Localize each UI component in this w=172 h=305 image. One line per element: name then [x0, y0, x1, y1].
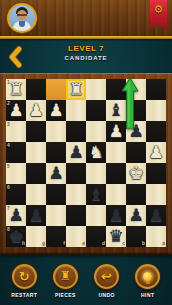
file-label: c — [122, 241, 125, 246]
square[interactable]: 1♜ — [6, 79, 26, 100]
square[interactable] — [146, 79, 166, 100]
piece-black-pawn[interactable]: ♟ — [128, 206, 143, 223]
file-label: h — [22, 241, 25, 246]
piece-white-pawn[interactable]: ♟ — [8, 101, 23, 118]
piece-black-pawn[interactable]: ♟ — [108, 206, 123, 223]
square[interactable]: ♟ — [46, 163, 66, 184]
square[interactable]: ♟ — [126, 205, 146, 226]
square[interactable] — [26, 79, 46, 100]
hint-button[interactable] — [135, 264, 160, 289]
file-label: d — [102, 241, 105, 246]
level-title: LEVEL 7 — [0, 44, 172, 53]
square[interactable] — [146, 100, 166, 121]
chess-board: 1♜♜2♟♟♟♝3♟♟4♟♞♟5♟♚6♝7♟♟♟♟♟8h♚gfedc♛ba — [6, 79, 166, 247]
restart-label: RESTART — [11, 292, 37, 298]
chess-rook-icon: ♜ — [60, 270, 71, 283]
square[interactable] — [106, 184, 126, 205]
square[interactable]: 7♟ — [6, 205, 26, 226]
piece-black-pawn[interactable]: ♟ — [68, 143, 83, 160]
piece-white-pawn[interactable]: ♟ — [148, 143, 163, 160]
square[interactable] — [126, 142, 146, 163]
square[interactable]: ♟ — [146, 205, 166, 226]
square[interactable] — [86, 121, 106, 142]
piece-white-knight[interactable]: ♞ — [88, 143, 103, 160]
piece-white-pawn[interactable]: ♟ — [48, 101, 63, 118]
square[interactable]: ♜ — [66, 79, 86, 100]
undo-button[interactable]: ↩ — [94, 264, 119, 289]
hint-label: HINT — [141, 292, 154, 298]
square[interactable]: a — [146, 226, 166, 247]
rank-label: 3 — [7, 122, 10, 127]
square[interactable]: ♟ — [106, 205, 126, 226]
square[interactable] — [66, 163, 86, 184]
square[interactable] — [126, 184, 146, 205]
square[interactable] — [106, 163, 126, 184]
square[interactable]: e — [66, 226, 86, 247]
square[interactable] — [46, 79, 66, 100]
square[interactable] — [46, 184, 66, 205]
square[interactable] — [46, 121, 66, 142]
square[interactable]: 8h♚ — [6, 226, 26, 247]
square[interactable] — [26, 163, 46, 184]
undo-arrow-icon: ↩ — [101, 270, 112, 283]
square[interactable] — [86, 163, 106, 184]
square[interactable] — [26, 184, 46, 205]
lightbulb-icon — [143, 272, 152, 281]
square[interactable] — [46, 142, 66, 163]
square[interactable]: 2♟ — [6, 100, 26, 121]
square[interactable]: ♟ — [66, 142, 86, 163]
piece-black-pawn[interactable]: ♟ — [48, 164, 63, 181]
square[interactable] — [86, 100, 106, 121]
rank-label: 2 — [7, 101, 10, 106]
piece-black-pawn[interactable]: ♟ — [148, 206, 163, 223]
piece-white-pawn[interactable]: ♟ — [28, 101, 43, 118]
square[interactable]: 4 — [6, 142, 26, 163]
board-frame: 1♜♜2♟♟♟♝3♟♟4♟♞♟5♟♚6♝7♟♟♟♟♟8h♚gfedc♛ba — [0, 73, 172, 255]
rank-label: 1 — [7, 80, 10, 85]
file-label: f — [63, 241, 65, 246]
settings-ribbon[interactable]: ⚙ — [150, 0, 167, 30]
rank-label: 4 — [7, 143, 10, 148]
square[interactable]: ♝ — [86, 184, 106, 205]
square[interactable]: c♛ — [106, 226, 126, 247]
square[interactable]: ♚ — [126, 163, 146, 184]
square[interactable] — [66, 184, 86, 205]
square[interactable] — [146, 121, 166, 142]
square[interactable]: 5 — [6, 163, 26, 184]
avatar[interactable] — [7, 3, 37, 33]
piece-white-rook[interactable]: ♜ — [68, 80, 83, 97]
square[interactable]: ♟ — [146, 142, 166, 163]
square[interactable]: ♞ — [86, 142, 106, 163]
rank-label: 7 — [7, 206, 10, 211]
square[interactable]: b — [126, 226, 146, 247]
pieces-button[interactable]: ♜ — [53, 264, 78, 289]
restart-button[interactable]: ↻ — [12, 264, 37, 289]
square[interactable]: ♟ — [26, 205, 46, 226]
app-screen: ⚙ LEVEL 7 CANDIDATE 1♜♜2♟♟♟♝3♟♟4♟♞♟5♟♚6♝… — [0, 0, 172, 305]
square[interactable] — [46, 205, 66, 226]
piece-black-pawn[interactable]: ♟ — [8, 206, 23, 223]
pieces-label: PIECES — [55, 292, 76, 298]
square[interactable] — [106, 142, 126, 163]
rank-label: 5 — [7, 164, 10, 169]
rank-label: 8 — [7, 227, 10, 232]
piece-black-pawn[interactable]: ♟ — [28, 206, 43, 223]
square[interactable] — [86, 79, 106, 100]
piece-black-bishop[interactable]: ♝ — [88, 185, 103, 202]
square[interactable]: 6 — [6, 184, 26, 205]
square[interactable]: g — [26, 226, 46, 247]
toolbar: ↻ RESTART ♜ PIECES ↩ UNDO HINT — [0, 260, 172, 305]
square[interactable] — [26, 142, 46, 163]
rank-label: 6 — [7, 185, 10, 190]
top-bar: ⚙ — [0, 0, 172, 36]
square[interactable] — [66, 205, 86, 226]
undo-label: UNDO — [98, 292, 114, 298]
piece-white-king[interactable]: ♚ — [128, 164, 143, 181]
restart-icon: ↻ — [19, 270, 30, 283]
undo-button-group: ↩ UNDO — [90, 264, 124, 298]
square[interactable] — [146, 163, 166, 184]
square[interactable] — [66, 121, 86, 142]
file-label: g — [42, 241, 45, 246]
square[interactable]: f — [46, 226, 66, 247]
hint-arrow — [120, 78, 140, 129]
file-label: b — [142, 241, 145, 246]
gear-icon: ⚙ — [150, 4, 167, 15]
square[interactable] — [66, 100, 86, 121]
level-subtitle: CANDIDATE — [0, 55, 172, 61]
piece-white-rook[interactable]: ♜ — [8, 80, 23, 97]
square[interactable] — [26, 121, 46, 142]
square[interactable]: ♟ — [26, 100, 46, 121]
square[interactable] — [86, 205, 106, 226]
square[interactable]: d — [86, 226, 106, 247]
file-label: e — [82, 241, 85, 246]
pieces-button-group: ♜ PIECES — [48, 264, 82, 298]
hint-button-group: HINT — [131, 264, 165, 298]
gold-trim — [0, 36, 172, 39]
square[interactable]: ♟ — [46, 100, 66, 121]
file-label: a — [162, 241, 165, 246]
square[interactable]: 3 — [6, 121, 26, 142]
restart-button-group: ↻ RESTART — [7, 264, 41, 298]
square[interactable] — [146, 184, 166, 205]
